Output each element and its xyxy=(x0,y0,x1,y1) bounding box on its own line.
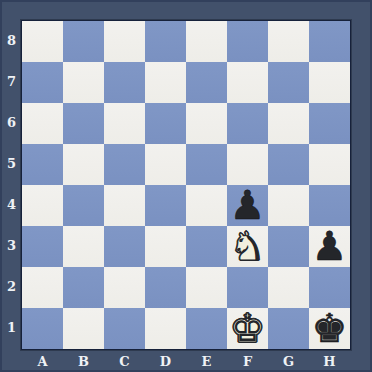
square-g1[interactable] xyxy=(268,308,309,349)
square-e1[interactable] xyxy=(186,308,227,349)
square-a1[interactable] xyxy=(22,308,63,349)
square-c7[interactable] xyxy=(104,62,145,103)
square-c8[interactable] xyxy=(104,21,145,62)
square-d4[interactable] xyxy=(145,185,186,226)
file-label-c: C xyxy=(104,351,145,372)
square-g7[interactable] xyxy=(268,62,309,103)
square-b1[interactable] xyxy=(63,308,104,349)
square-h4[interactable] xyxy=(309,185,350,226)
square-h8[interactable] xyxy=(309,21,350,62)
square-b2[interactable] xyxy=(63,267,104,308)
square-d7[interactable] xyxy=(145,62,186,103)
file-label-a: A xyxy=(22,351,63,372)
chess-diagram: 87654321 ABCDEFGH ♟♞♟♚♚ xyxy=(0,0,372,372)
square-f5[interactable] xyxy=(227,144,268,185)
square-b3[interactable] xyxy=(63,226,104,267)
rank-label-2: 2 xyxy=(2,266,21,307)
rank-label-4: 4 xyxy=(2,184,21,225)
square-c5[interactable] xyxy=(104,144,145,185)
square-f8[interactable] xyxy=(227,21,268,62)
rank-label-8: 8 xyxy=(2,20,21,61)
square-f4[interactable]: ♟ xyxy=(227,185,268,226)
square-a8[interactable] xyxy=(22,21,63,62)
square-e3[interactable] xyxy=(186,226,227,267)
square-a4[interactable] xyxy=(22,185,63,226)
square-g6[interactable] xyxy=(268,103,309,144)
file-label-e: E xyxy=(186,351,227,372)
square-h7[interactable] xyxy=(309,62,350,103)
square-e8[interactable] xyxy=(186,21,227,62)
white-king[interactable]: ♚ xyxy=(230,308,266,348)
square-c4[interactable] xyxy=(104,185,145,226)
square-f1[interactable]: ♚ xyxy=(227,308,268,349)
square-d3[interactable] xyxy=(145,226,186,267)
black-king[interactable]: ♚ xyxy=(312,308,348,348)
square-f3[interactable]: ♞ xyxy=(227,226,268,267)
square-d6[interactable] xyxy=(145,103,186,144)
square-c2[interactable] xyxy=(104,267,145,308)
square-g8[interactable] xyxy=(268,21,309,62)
square-e6[interactable] xyxy=(186,103,227,144)
chess-board: ♟♞♟♚♚ xyxy=(21,20,351,350)
square-a7[interactable] xyxy=(22,62,63,103)
square-h3[interactable]: ♟ xyxy=(309,226,350,267)
square-e2[interactable] xyxy=(186,267,227,308)
square-f7[interactable] xyxy=(227,62,268,103)
square-b8[interactable] xyxy=(63,21,104,62)
square-d1[interactable] xyxy=(145,308,186,349)
rank-label-5: 5 xyxy=(2,143,21,184)
square-g2[interactable] xyxy=(268,267,309,308)
square-f2[interactable] xyxy=(227,267,268,308)
white-knight[interactable]: ♞ xyxy=(230,226,266,266)
rank-label-7: 7 xyxy=(2,61,21,102)
file-label-f: F xyxy=(227,351,268,372)
square-a5[interactable] xyxy=(22,144,63,185)
square-b4[interactable] xyxy=(63,185,104,226)
square-g5[interactable] xyxy=(268,144,309,185)
file-label-b: B xyxy=(63,351,104,372)
square-a3[interactable] xyxy=(22,226,63,267)
square-h6[interactable] xyxy=(309,103,350,144)
square-e5[interactable] xyxy=(186,144,227,185)
black-pawn[interactable]: ♟ xyxy=(230,185,266,225)
rank-label-3: 3 xyxy=(2,225,21,266)
square-h2[interactable] xyxy=(309,267,350,308)
square-b7[interactable] xyxy=(63,62,104,103)
square-e4[interactable] xyxy=(186,185,227,226)
square-h1[interactable]: ♚ xyxy=(309,308,350,349)
file-label-d: D xyxy=(145,351,186,372)
square-h5[interactable] xyxy=(309,144,350,185)
square-c6[interactable] xyxy=(104,103,145,144)
black-pawn[interactable]: ♟ xyxy=(312,226,348,266)
square-c3[interactable] xyxy=(104,226,145,267)
square-f6[interactable] xyxy=(227,103,268,144)
square-g3[interactable] xyxy=(268,226,309,267)
square-g4[interactable] xyxy=(268,185,309,226)
square-d5[interactable] xyxy=(145,144,186,185)
square-b5[interactable] xyxy=(63,144,104,185)
file-label-g: G xyxy=(268,351,309,372)
file-label-h: H xyxy=(309,351,350,372)
square-e7[interactable] xyxy=(186,62,227,103)
square-c1[interactable] xyxy=(104,308,145,349)
square-d2[interactable] xyxy=(145,267,186,308)
square-a2[interactable] xyxy=(22,267,63,308)
square-d8[interactable] xyxy=(145,21,186,62)
square-a6[interactable] xyxy=(22,103,63,144)
rank-label-6: 6 xyxy=(2,102,21,143)
square-b6[interactable] xyxy=(63,103,104,144)
rank-label-1: 1 xyxy=(2,307,21,348)
